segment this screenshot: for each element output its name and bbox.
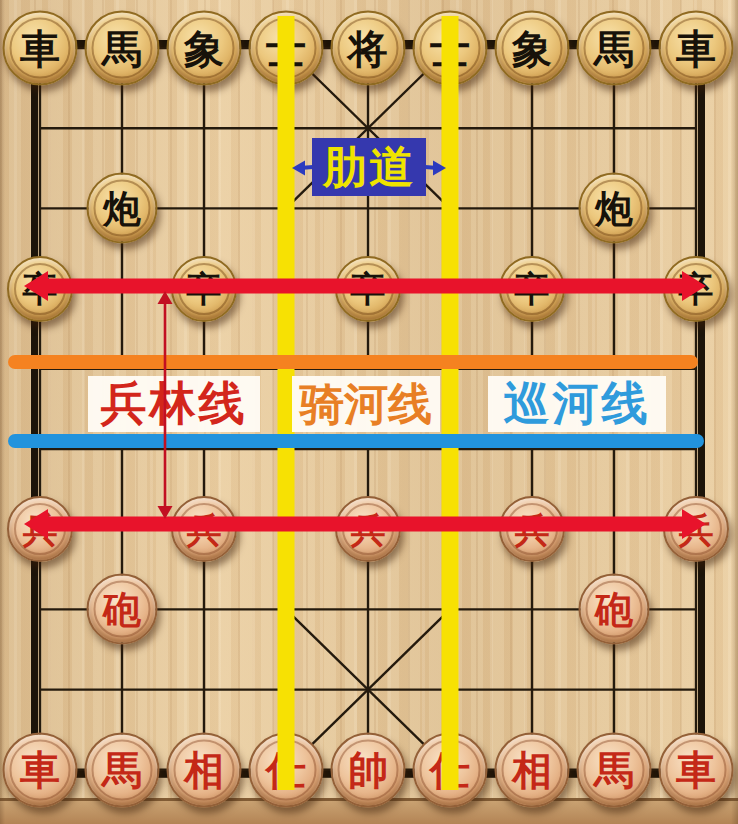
pawn-ranks-span-arrow [158, 291, 173, 519]
span-arrow-layer [0, 0, 738, 824]
xiangqi-board: 車馬象士将士象馬車炮炮卒卒卒卒卒兵兵兵兵兵砲砲車馬相仕帥仕相馬車 肋道 兵林线 … [0, 0, 738, 824]
